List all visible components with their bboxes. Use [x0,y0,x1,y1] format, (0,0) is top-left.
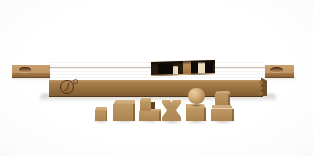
maker-logo-stamp: J [60,80,74,94]
board-opening [151,60,215,76]
lid-tab-right-edge [265,73,294,78]
finger-hole-right [270,67,283,73]
lid-tab-left-edge [12,73,50,78]
lid-tab-left [12,65,50,74]
box-front-face [49,80,263,97]
finger-joint [259,87,263,90]
finger-hole-left [19,67,31,73]
chess-set-photo: J [0,0,313,156]
registered-mark-dot [73,79,78,84]
finger-joint [259,81,263,84]
finger-joint [259,92,263,95]
